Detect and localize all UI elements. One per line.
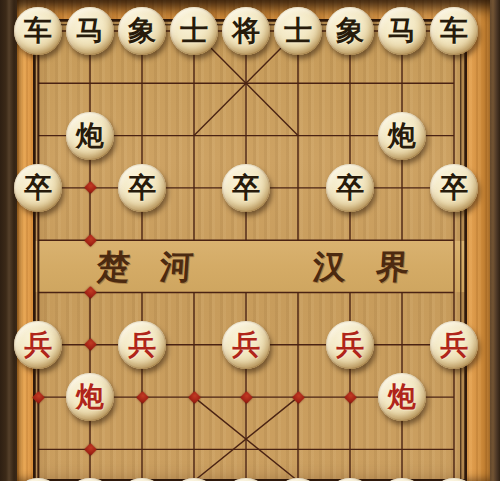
red-piece-兵[interactable]: 兵 [222,321,270,369]
red-piece-兵[interactable]: 兵 [118,321,166,369]
black-piece-士[interactable]: 士 [170,7,218,55]
river-band: 楚河 汉界 [35,241,465,292]
black-piece-士[interactable]: 士 [274,7,322,55]
river-label-chu-he: 楚河 [96,247,225,287]
black-piece-炮[interactable]: 炮 [66,112,114,160]
black-piece-卒[interactable]: 卒 [118,164,166,212]
black-piece-卒[interactable]: 卒 [326,164,374,212]
black-piece-卒[interactable]: 卒 [14,164,62,212]
black-piece-车[interactable]: 车 [430,7,478,55]
black-piece-象[interactable]: 象 [326,7,374,55]
black-piece-马[interactable]: 马 [66,7,114,55]
black-piece-车[interactable]: 车 [14,7,62,55]
river-label-han-jie: 汉界 [312,247,441,287]
red-piece-炮[interactable]: 炮 [378,373,426,421]
black-piece-马[interactable]: 马 [378,7,426,55]
red-piece-兵[interactable]: 兵 [326,321,374,369]
red-piece-炮[interactable]: 炮 [66,373,114,421]
black-piece-炮[interactable]: 炮 [378,112,426,160]
red-piece-兵[interactable]: 兵 [430,321,478,369]
black-piece-将[interactable]: 将 [222,7,270,55]
black-piece-卒[interactable]: 卒 [222,164,270,212]
black-piece-象[interactable]: 象 [118,7,166,55]
black-piece-卒[interactable]: 卒 [430,164,478,212]
xiangqi-app: 楚河 汉界 车马象士将士象马车炮炮卒卒卒卒卒兵兵兵兵兵炮炮车马相仕帅仕相车马 [0,0,500,481]
red-piece-兵[interactable]: 兵 [14,321,62,369]
